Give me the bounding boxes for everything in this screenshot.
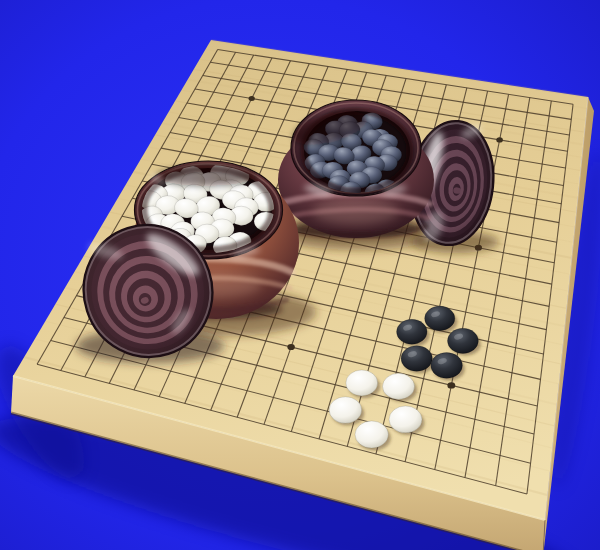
white-stone — [329, 397, 362, 424]
white-stone — [355, 421, 388, 448]
scene-canvas — [0, 0, 600, 550]
black-stone — [425, 306, 455, 331]
bowl-interior-shade — [156, 166, 256, 186]
star-point — [496, 137, 503, 142]
bowl-body-sheen — [313, 199, 399, 225]
black-stone — [401, 346, 432, 371]
black-stone — [431, 353, 463, 379]
star-point — [447, 382, 455, 388]
white-stone — [389, 406, 422, 433]
star-point — [287, 344, 295, 350]
black-stone — [397, 319, 427, 344]
white-stone — [346, 370, 378, 396]
go-set-product-photo — [0, 0, 600, 550]
star-point — [249, 96, 255, 101]
white-stone — [383, 373, 415, 399]
black-stone — [447, 328, 478, 353]
